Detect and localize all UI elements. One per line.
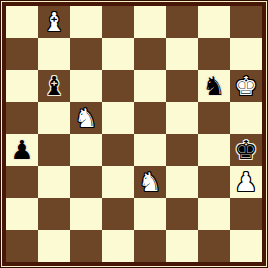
- square-g6[interactable]: ♞: [198, 70, 230, 102]
- square-h5[interactable]: [230, 102, 262, 134]
- square-f3[interactable]: [166, 166, 198, 198]
- square-b6[interactable]: ♝: [38, 70, 70, 102]
- square-g8[interactable]: [198, 6, 230, 38]
- square-g2[interactable]: [198, 198, 230, 230]
- square-c7[interactable]: [70, 38, 102, 70]
- white-knight-icon: ♞: [70, 102, 102, 134]
- square-f1[interactable]: [166, 230, 198, 262]
- square-a1[interactable]: [6, 230, 38, 262]
- square-g1[interactable]: [198, 230, 230, 262]
- square-a3[interactable]: [6, 166, 38, 198]
- square-c2[interactable]: [70, 198, 102, 230]
- square-e5[interactable]: [134, 102, 166, 134]
- square-g4[interactable]: [198, 134, 230, 166]
- square-b7[interactable]: [38, 38, 70, 70]
- square-e1[interactable]: [134, 230, 166, 262]
- square-g3[interactable]: [198, 166, 230, 198]
- square-d5[interactable]: [102, 102, 134, 134]
- square-d8[interactable]: [102, 6, 134, 38]
- square-e2[interactable]: [134, 198, 166, 230]
- square-h4[interactable]: ♚: [230, 134, 262, 166]
- white-knight-icon: ♞: [134, 166, 166, 198]
- square-c8[interactable]: [70, 6, 102, 38]
- square-a2[interactable]: [6, 198, 38, 230]
- black-bishop-icon: ♝: [38, 70, 70, 102]
- square-d1[interactable]: [102, 230, 134, 262]
- square-e8[interactable]: [134, 6, 166, 38]
- square-c3[interactable]: [70, 166, 102, 198]
- square-f5[interactable]: [166, 102, 198, 134]
- chess-board-frame: ♝♝♞♚♞♟♚♞♟: [0, 0, 268, 268]
- square-c5[interactable]: ♞: [70, 102, 102, 134]
- white-king-icon: ♚: [230, 70, 262, 102]
- square-e6[interactable]: [134, 70, 166, 102]
- square-c4[interactable]: [70, 134, 102, 166]
- square-h6[interactable]: ♚: [230, 70, 262, 102]
- square-g7[interactable]: [198, 38, 230, 70]
- square-d2[interactable]: [102, 198, 134, 230]
- white-bishop-icon: ♝: [38, 6, 70, 38]
- square-g5[interactable]: [198, 102, 230, 134]
- square-f4[interactable]: [166, 134, 198, 166]
- square-b1[interactable]: [38, 230, 70, 262]
- square-e7[interactable]: [134, 38, 166, 70]
- black-knight-icon: ♞: [198, 70, 230, 102]
- white-pawn-icon: ♟: [230, 166, 262, 198]
- square-c1[interactable]: [70, 230, 102, 262]
- square-e3[interactable]: ♞: [134, 166, 166, 198]
- black-king-icon: ♚: [230, 134, 262, 166]
- square-a8[interactable]: [6, 6, 38, 38]
- square-b3[interactable]: [38, 166, 70, 198]
- square-f6[interactable]: [166, 70, 198, 102]
- square-a7[interactable]: [6, 38, 38, 70]
- square-f8[interactable]: [166, 6, 198, 38]
- square-d7[interactable]: [102, 38, 134, 70]
- square-b8[interactable]: ♝: [38, 6, 70, 38]
- square-f7[interactable]: [166, 38, 198, 70]
- square-f2[interactable]: [166, 198, 198, 230]
- square-e4[interactable]: [134, 134, 166, 166]
- square-a5[interactable]: [6, 102, 38, 134]
- square-a4[interactable]: ♟: [6, 134, 38, 166]
- square-b4[interactable]: [38, 134, 70, 166]
- square-b5[interactable]: [38, 102, 70, 134]
- square-d4[interactable]: [102, 134, 134, 166]
- square-b2[interactable]: [38, 198, 70, 230]
- square-d6[interactable]: [102, 70, 134, 102]
- square-h2[interactable]: [230, 198, 262, 230]
- square-a6[interactable]: [6, 70, 38, 102]
- square-h1[interactable]: [230, 230, 262, 262]
- square-h8[interactable]: [230, 6, 262, 38]
- chess-board: ♝♝♞♚♞♟♚♞♟: [6, 6, 262, 262]
- square-c6[interactable]: [70, 70, 102, 102]
- square-d3[interactable]: [102, 166, 134, 198]
- square-h3[interactable]: ♟: [230, 166, 262, 198]
- square-h7[interactable]: [230, 38, 262, 70]
- black-pawn-icon: ♟: [6, 134, 38, 166]
